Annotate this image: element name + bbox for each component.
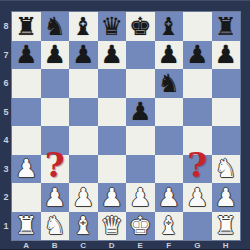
square-e6[interactable] [126,69,155,98]
white-pawn[interactable]: ♟ [186,185,208,210]
square-b7[interactable]: ♟ [41,41,70,70]
white-bishop[interactable]: ♝ [158,213,180,238]
white-pawn[interactable]: ♟ [158,185,180,210]
square-g2[interactable]: ♟ [183,183,212,212]
white-king[interactable]: ♚ [129,213,151,238]
square-c1[interactable]: ♝ [69,212,98,241]
black-rook[interactable]: ♜ [215,14,237,39]
square-e4[interactable] [126,126,155,155]
white-bishop[interactable]: ♝ [72,213,94,238]
black-bishop[interactable]: ♝ [158,14,180,39]
rank-label-1: 1 [0,212,12,241]
black-rook[interactable]: ♜ [15,14,37,39]
file-label-c: C [69,240,98,250]
square-h5[interactable] [212,98,241,127]
square-h7[interactable]: ♟ [212,41,241,70]
square-a1[interactable]: ♜ [12,212,41,241]
square-e2[interactable]: ♟ [126,183,155,212]
black-queen[interactable]: ♛ [101,14,123,39]
square-a5[interactable] [12,98,41,127]
rank-label-8: 8 [0,12,12,41]
square-d4[interactable] [98,126,127,155]
square-d8[interactable]: ♛ [98,12,127,41]
square-f7[interactable]: ♟ [155,41,184,70]
square-e8[interactable]: ♚ [126,12,155,41]
black-pawn[interactable]: ♟ [72,42,94,67]
square-e1[interactable]: ♚ [126,212,155,241]
square-e3[interactable] [126,155,155,184]
square-c2[interactable]: ♟ [69,183,98,212]
white-pawn[interactable]: ♟ [44,185,66,210]
black-knight[interactable]: ♞ [44,14,66,39]
black-pawn[interactable]: ♟ [44,42,66,67]
square-a2[interactable] [12,183,41,212]
rank-label-5: 5 [0,98,12,127]
square-h4[interactable] [212,126,241,155]
rank-label-2: 2 [0,183,12,212]
square-f3[interactable] [155,155,184,184]
square-a3[interactable]: ♟ [12,155,41,184]
square-a7[interactable]: ♟ [12,41,41,70]
white-rook[interactable]: ♜ [215,213,237,238]
square-c8[interactable]: ♝ [69,12,98,41]
square-f1[interactable]: ♝ [155,212,184,241]
square-d7[interactable]: ♟ [98,41,127,70]
rank-label-3: 3 [0,155,12,184]
file-label-b: B [41,240,70,250]
square-g8[interactable] [183,12,212,41]
square-c3[interactable] [69,155,98,184]
black-pawn[interactable]: ♟ [129,99,151,124]
square-g5[interactable] [183,98,212,127]
white-pawn[interactable]: ♟ [72,185,94,210]
square-d3[interactable] [98,155,127,184]
white-knight[interactable]: ♞ [44,213,66,238]
square-e5[interactable]: ♟ [126,98,155,127]
square-e7[interactable] [126,41,155,70]
file-label-g: G [183,240,212,250]
square-d5[interactable] [98,98,127,127]
square-h8[interactable]: ♜ [212,12,241,41]
black-pawn[interactable]: ♟ [186,42,208,67]
file-label-a: A [12,240,41,250]
square-c6[interactable] [69,69,98,98]
square-f6[interactable]: ♞ [155,69,184,98]
square-b4[interactable] [41,126,70,155]
square-g3[interactable] [183,155,212,184]
square-h2[interactable]: ♟ [212,183,241,212]
white-pawn[interactable]: ♟ [129,185,151,210]
file-label-f: F [155,240,184,250]
square-g7[interactable]: ♟ [183,41,212,70]
file-label-d: D [98,240,127,250]
square-h1[interactable]: ♜ [212,212,241,241]
file-label-e: E [126,240,155,250]
square-f8[interactable]: ♝ [155,12,184,41]
square-b1[interactable]: ♞ [41,212,70,241]
black-knight[interactable]: ♞ [158,71,180,96]
white-queen[interactable]: ♛ [101,213,123,238]
square-a4[interactable] [12,126,41,155]
black-king[interactable]: ♚ [129,14,151,39]
rank-label-4: 4 [0,126,12,155]
black-pawn[interactable]: ♟ [15,42,37,67]
white-rook[interactable]: ♜ [15,213,37,238]
file-label-h: H [212,240,241,250]
square-d2[interactable]: ♟ [98,183,127,212]
black-pawn[interactable]: ♟ [158,42,180,67]
square-d6[interactable] [98,69,127,98]
chess-board-frame: ♜♞♝♛♚♝♜♟♟♟♟♟♟♟♞♟♟♞♟♟♟♟♟♟♟♜♞♝♛♚♝♜ 8765432… [0,0,250,250]
square-a6[interactable] [12,69,41,98]
square-b5[interactable] [41,98,70,127]
square-b3[interactable] [41,155,70,184]
square-f4[interactable] [155,126,184,155]
square-d1[interactable]: ♛ [98,212,127,241]
square-g4[interactable] [183,126,212,155]
square-a8[interactable]: ♜ [12,12,41,41]
square-f5[interactable] [155,98,184,127]
rank-label-7: 7 [0,41,12,70]
black-pawn[interactable]: ♟ [215,42,237,67]
square-g6[interactable] [183,69,212,98]
square-b6[interactable] [41,69,70,98]
black-bishop[interactable]: ♝ [72,14,94,39]
square-c5[interactable] [69,98,98,127]
white-knight[interactable]: ♞ [215,156,237,181]
rank-label-6: 6 [0,69,12,98]
square-g1[interactable] [183,212,212,241]
square-b2[interactable]: ♟ [41,183,70,212]
white-pawn[interactable]: ♟ [15,156,37,181]
black-pawn[interactable]: ♟ [101,42,123,67]
square-c4[interactable] [69,126,98,155]
square-h3[interactable]: ♞ [212,155,241,184]
white-pawn[interactable]: ♟ [215,185,237,210]
board: ♜♞♝♛♚♝♜♟♟♟♟♟♟♟♞♟♟♞♟♟♟♟♟♟♟♜♞♝♛♚♝♜ [12,12,240,240]
square-b8[interactable]: ♞ [41,12,70,41]
square-h6[interactable] [212,69,241,98]
white-pawn[interactable]: ♟ [101,185,123,210]
square-c7[interactable]: ♟ [69,41,98,70]
square-f2[interactable]: ♟ [155,183,184,212]
